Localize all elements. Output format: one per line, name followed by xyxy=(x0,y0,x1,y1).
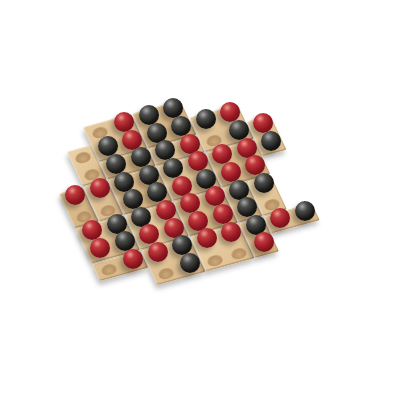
red-marble[interactable] xyxy=(156,200,176,220)
red-marble[interactable] xyxy=(221,162,241,182)
red-marble[interactable] xyxy=(123,249,143,269)
black-marble[interactable] xyxy=(295,201,315,221)
black-marble[interactable] xyxy=(229,120,249,140)
red-marble[interactable] xyxy=(148,242,168,262)
kulami-board-photo xyxy=(0,0,400,400)
red-marble[interactable] xyxy=(270,208,290,228)
red-marble[interactable] xyxy=(221,222,241,242)
red-marble[interactable] xyxy=(197,228,217,248)
red-marble[interactable] xyxy=(213,204,233,224)
black-marble[interactable] xyxy=(196,109,216,129)
black-marble[interactable] xyxy=(254,173,274,193)
